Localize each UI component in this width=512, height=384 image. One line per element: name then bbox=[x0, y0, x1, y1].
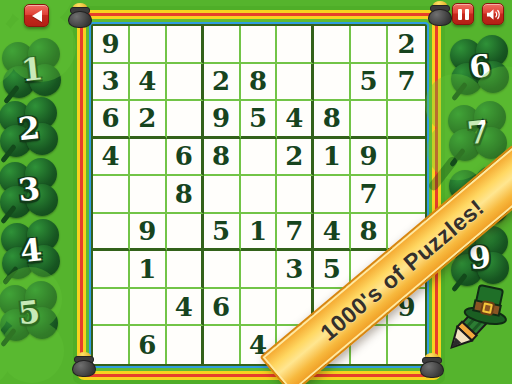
cell-r4c9[interactable] bbox=[388, 139, 425, 177]
cell-r3c4[interactable]: 9 bbox=[204, 101, 241, 139]
cell-r1c5[interactable] bbox=[241, 26, 278, 64]
cell-r8c3[interactable]: 4 bbox=[167, 289, 204, 327]
cell-r1c3[interactable] bbox=[167, 26, 204, 64]
cell-r9c3[interactable] bbox=[167, 326, 204, 364]
cell-r1c6[interactable] bbox=[277, 26, 314, 64]
cell-r5c2[interactable] bbox=[130, 176, 167, 214]
cell-r8c2[interactable] bbox=[130, 289, 167, 327]
cell-r7c2[interactable]: 1 bbox=[130, 251, 167, 289]
cell-r1c8[interactable] bbox=[351, 26, 388, 64]
cell-r9c1[interactable] bbox=[93, 326, 130, 364]
back-button[interactable] bbox=[24, 4, 49, 27]
cell-r6c6[interactable]: 7 bbox=[277, 214, 314, 252]
cell-r5c1[interactable] bbox=[93, 176, 130, 214]
sound-button[interactable] bbox=[482, 3, 504, 25]
cell-r9c4[interactable] bbox=[204, 326, 241, 364]
cell-r3c2[interactable]: 2 bbox=[130, 101, 167, 139]
cell-r3c1[interactable]: 6 bbox=[93, 101, 130, 139]
pot-of-gold-icon bbox=[426, 1, 454, 28]
cell-r6c8[interactable]: 8 bbox=[351, 214, 388, 252]
cell-r5c4[interactable] bbox=[204, 176, 241, 214]
back-arrow-icon bbox=[32, 10, 42, 22]
cell-r2c1[interactable]: 3 bbox=[93, 64, 130, 102]
cell-r2c7[interactable] bbox=[314, 64, 351, 102]
cell-r5c7[interactable] bbox=[314, 176, 351, 214]
shamrock-number-label: 2 bbox=[16, 109, 41, 147]
cell-r1c9[interactable]: 2 bbox=[388, 26, 425, 64]
cell-r2c2[interactable]: 4 bbox=[130, 64, 167, 102]
pause-icon bbox=[458, 9, 469, 20]
cell-r3c5[interactable]: 5 bbox=[241, 101, 278, 139]
shamrock-number-3[interactable]: 3 bbox=[0, 158, 59, 224]
cell-r7c5[interactable] bbox=[241, 251, 278, 289]
cell-r1c4[interactable] bbox=[204, 26, 241, 64]
cell-r2c3[interactable] bbox=[167, 64, 204, 102]
cell-r4c2[interactable] bbox=[130, 139, 167, 177]
cell-r6c4[interactable]: 5 bbox=[204, 214, 241, 252]
pencil-with-hat-icon bbox=[438, 284, 512, 360]
cell-r4c3[interactable]: 6 bbox=[167, 139, 204, 177]
cell-r5c6[interactable] bbox=[277, 176, 314, 214]
cell-r5c8[interactable]: 7 bbox=[351, 176, 388, 214]
cell-r6c3[interactable] bbox=[167, 214, 204, 252]
cell-r8c1[interactable] bbox=[93, 289, 130, 327]
cell-r5c5[interactable] bbox=[241, 176, 278, 214]
shamrock-watermark bbox=[0, 267, 66, 384]
pause-button[interactable] bbox=[452, 3, 474, 25]
cell-r3c6[interactable]: 4 bbox=[277, 101, 314, 139]
cell-r2c8[interactable]: 5 bbox=[351, 64, 388, 102]
cell-r1c1[interactable]: 9 bbox=[93, 26, 130, 64]
cell-r3c9[interactable] bbox=[388, 101, 425, 139]
game-screen: { "game": "sudoku", "theme": "St. Patric… bbox=[0, 0, 512, 384]
cell-r9c2[interactable]: 6 bbox=[130, 326, 167, 364]
cell-r4c7[interactable]: 1 bbox=[314, 139, 351, 177]
cell-r6c5[interactable]: 1 bbox=[241, 214, 278, 252]
cell-r3c8[interactable] bbox=[351, 101, 388, 139]
cell-r3c7[interactable]: 8 bbox=[314, 101, 351, 139]
shamrock-leaf bbox=[0, 319, 64, 383]
cell-r7c4[interactable] bbox=[204, 251, 241, 289]
cell-r5c3[interactable]: 8 bbox=[167, 176, 204, 214]
cell-r8c4[interactable]: 6 bbox=[204, 289, 241, 327]
cell-r8c5[interactable] bbox=[241, 289, 278, 327]
cell-r6c2[interactable]: 9 bbox=[130, 214, 167, 252]
shamrock-number-label: 3 bbox=[16, 170, 41, 208]
cell-r2c9[interactable]: 7 bbox=[388, 64, 425, 102]
cell-r7c1[interactable] bbox=[93, 251, 130, 289]
cell-r2c6[interactable] bbox=[277, 64, 314, 102]
cell-r4c1[interactable]: 4 bbox=[93, 139, 130, 177]
cell-r5c9[interactable] bbox=[388, 176, 425, 214]
cell-r1c2[interactable] bbox=[130, 26, 167, 64]
cell-r7c6[interactable]: 3 bbox=[277, 251, 314, 289]
cell-r1c7[interactable] bbox=[314, 26, 351, 64]
shamrock-number-label: 4 bbox=[18, 231, 43, 269]
cell-r2c4[interactable]: 2 bbox=[204, 64, 241, 102]
cell-r7c3[interactable] bbox=[167, 251, 204, 289]
cell-r4c4[interactable]: 8 bbox=[204, 139, 241, 177]
pencil-tool-button[interactable] bbox=[438, 284, 512, 364]
pot-of-gold-icon bbox=[70, 352, 98, 379]
shamrock-number-2[interactable]: 2 bbox=[0, 97, 59, 163]
cell-r6c1[interactable] bbox=[93, 214, 130, 252]
cell-r4c6[interactable]: 2 bbox=[277, 139, 314, 177]
cell-r4c5[interactable] bbox=[241, 139, 278, 177]
cell-r4c8[interactable]: 9 bbox=[351, 139, 388, 177]
speaker-icon bbox=[486, 7, 501, 22]
cell-r6c7[interactable]: 4 bbox=[314, 214, 351, 252]
cell-r2c5[interactable]: 8 bbox=[241, 64, 278, 102]
cell-r3c3[interactable] bbox=[167, 101, 204, 139]
